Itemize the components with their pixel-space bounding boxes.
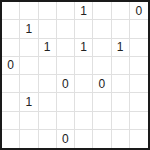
cell-r3c5: 1 — [75, 39, 93, 57]
cell-r8c1[interactable] — [2, 130, 20, 148]
cell-r6c2: 1 — [20, 93, 38, 111]
cell-r5c1[interactable] — [2, 75, 20, 93]
cell-r6c3[interactable] — [39, 93, 57, 111]
cell-r6c8[interactable] — [130, 93, 148, 111]
cell-r5c6: 0 — [93, 75, 111, 93]
cell-r4c3[interactable] — [39, 57, 57, 75]
cell-r2c1[interactable] — [2, 20, 20, 38]
cell-r5c3[interactable] — [39, 75, 57, 93]
cell-r3c6[interactable] — [93, 39, 111, 57]
cell-r5c5[interactable] — [75, 75, 93, 93]
cell-r5c7[interactable] — [112, 75, 130, 93]
cell-r4c7[interactable] — [112, 57, 130, 75]
cell-r7c2[interactable] — [20, 112, 38, 130]
cell-r7c1[interactable] — [2, 112, 20, 130]
clue-number: 1 — [26, 96, 33, 108]
cell-r6c4[interactable] — [57, 93, 75, 111]
cell-r7c7[interactable] — [112, 112, 130, 130]
clue-number: 0 — [136, 5, 143, 17]
cell-r8c3[interactable] — [39, 130, 57, 148]
cell-r2c3[interactable] — [39, 20, 57, 38]
clue-number: 1 — [80, 41, 87, 53]
cell-r2c8[interactable] — [130, 20, 148, 38]
cell-r5c2[interactable] — [20, 75, 38, 93]
cell-r6c7[interactable] — [112, 93, 130, 111]
clue-number: 0 — [62, 133, 69, 145]
cell-r8c8[interactable] — [130, 130, 148, 148]
cell-r3c2[interactable] — [20, 39, 38, 57]
cell-r1c7[interactable] — [112, 2, 130, 20]
cell-r7c8[interactable] — [130, 112, 148, 130]
cell-r8c7[interactable] — [112, 130, 130, 148]
cell-r7c5[interactable] — [75, 112, 93, 130]
cell-r7c3[interactable] — [39, 112, 57, 130]
cell-r7c4[interactable] — [57, 112, 75, 130]
cell-r5c8[interactable] — [130, 75, 148, 93]
cell-r1c5: 1 — [75, 2, 93, 20]
cell-r6c1[interactable] — [2, 93, 20, 111]
cell-r3c3: 1 — [39, 39, 57, 57]
cell-r2c2: 1 — [20, 20, 38, 38]
cell-r4c2[interactable] — [20, 57, 38, 75]
clue-number: 0 — [62, 78, 69, 90]
cell-r3c8[interactable] — [130, 39, 148, 57]
cell-r1c1[interactable] — [2, 2, 20, 20]
cell-r8c6[interactable] — [93, 130, 111, 148]
cell-r7c6[interactable] — [93, 112, 111, 130]
cell-r2c4[interactable] — [57, 20, 75, 38]
cell-r2c5[interactable] — [75, 20, 93, 38]
cell-r4c6[interactable] — [93, 57, 111, 75]
cell-r1c6[interactable] — [93, 2, 111, 20]
cell-r6c6[interactable] — [93, 93, 111, 111]
cell-r2c7[interactable] — [112, 20, 130, 38]
cell-r3c7: 1 — [112, 39, 130, 57]
cell-r8c4: 0 — [57, 130, 75, 148]
clue-number: 1 — [44, 41, 51, 53]
cell-r4c1: 0 — [2, 57, 20, 75]
cell-r5c4: 0 — [57, 75, 75, 93]
cell-r3c4[interactable] — [57, 39, 75, 57]
clue-number: 0 — [99, 78, 106, 90]
clue-number: 1 — [26, 23, 33, 35]
cell-r1c4[interactable] — [57, 2, 75, 20]
cell-r4c4[interactable] — [57, 57, 75, 75]
cell-r8c2[interactable] — [20, 130, 38, 148]
cell-r4c8[interactable] — [130, 57, 148, 75]
cell-r1c8: 0 — [130, 2, 148, 20]
cell-r1c3[interactable] — [39, 2, 57, 20]
puzzle-board: 10111100010 — [0, 0, 150, 150]
cell-r8c5[interactable] — [75, 130, 93, 148]
cell-r1c2[interactable] — [20, 2, 38, 20]
cell-r6c5[interactable] — [75, 93, 93, 111]
clue-number: 1 — [80, 5, 87, 17]
clue-number: 0 — [7, 59, 14, 71]
cell-r4c5[interactable] — [75, 57, 93, 75]
clue-number: 1 — [117, 41, 124, 53]
cell-r3c1[interactable] — [2, 39, 20, 57]
cell-r2c6[interactable] — [93, 20, 111, 38]
